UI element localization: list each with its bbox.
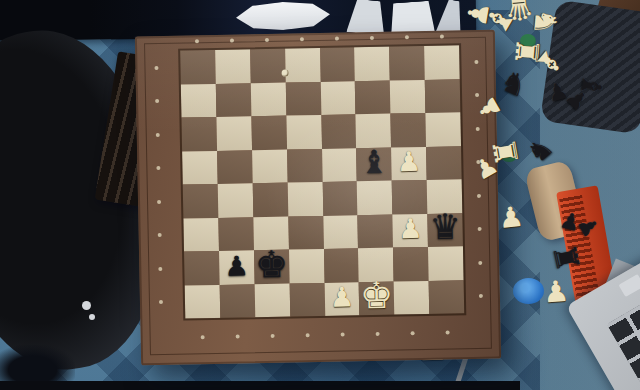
coordinate-marker-dot — [300, 37, 304, 41]
square-r6c7 — [428, 246, 464, 280]
square-r0c6 — [389, 46, 425, 80]
square-r3c4 — [322, 148, 358, 182]
coordinate-marker-dot — [157, 200, 161, 204]
white-pawn: ♟ — [397, 148, 422, 175]
coordinate-marker-dot — [156, 166, 160, 170]
square-r0c1 — [215, 49, 251, 83]
square-r0c4 — [320, 47, 356, 81]
chess-board: ♝♟♟♛♟♚♟♚ — [135, 30, 501, 366]
coordinate-marker-dot — [158, 267, 162, 271]
square-r5c0 — [183, 217, 219, 251]
coordinate-marker-dot — [335, 37, 339, 41]
tournament-table-scene: ♝♟♟♛♟♚♟♚ ♟♝♛♞♜♞♝♟♟♝♟♜♞♟♟♟♟♜♟ — [0, 0, 640, 390]
square-r0c0 — [180, 50, 216, 84]
square-r0c2 — [250, 49, 286, 83]
square-r1c2 — [251, 82, 287, 116]
white-king: ♚ — [360, 277, 394, 315]
square-r5c5 — [358, 214, 394, 248]
square-r0c3 — [285, 48, 321, 82]
square-r1c5 — [355, 80, 391, 114]
square-r7c7 — [429, 280, 465, 314]
square-r7c6 — [394, 280, 430, 314]
blue-cap — [513, 278, 544, 304]
square-r3c2 — [252, 149, 288, 183]
coordinate-marker-dot — [445, 331, 449, 335]
square-r1c3 — [285, 81, 321, 115]
coordinate-marker-dot — [375, 332, 379, 336]
coordinate-marker-dot — [478, 261, 482, 265]
square-r7c0 — [185, 284, 221, 318]
coordinate-marker-dot — [201, 335, 205, 339]
square-r1c4 — [320, 81, 356, 115]
captured-black-bishop: ♝ — [577, 72, 608, 101]
captured-white-knight: ♞ — [529, 7, 561, 36]
coordinate-marker-dot — [405, 35, 409, 39]
coordinate-marker-dot — [341, 333, 345, 337]
square-r3c1 — [217, 150, 253, 184]
square-r2c1 — [216, 116, 252, 150]
coordinate-marker-dot — [474, 60, 478, 64]
square-r4c4 — [322, 181, 358, 215]
square-r2c3 — [286, 115, 322, 149]
square-r3c0 — [182, 150, 218, 184]
square-r2c6 — [391, 113, 427, 147]
square-r3c7 — [426, 146, 462, 180]
coordinate-marker-dot — [230, 39, 234, 43]
board-grid — [180, 45, 464, 318]
square-r5c4 — [323, 215, 359, 249]
square-r2c7 — [426, 112, 462, 146]
square-r4c1 — [218, 183, 254, 217]
square-r0c7 — [424, 45, 460, 79]
square-r3c3 — [287, 148, 323, 182]
coordinate-marker-dot — [477, 194, 481, 198]
floor-speck-a — [82, 301, 91, 310]
coordinate-marker-dot — [475, 93, 479, 97]
black-king: ♚ — [255, 246, 289, 284]
coordinate-marker-dot — [236, 335, 240, 339]
coordinate-marker-dot — [478, 227, 482, 231]
coordinate-marker-dot — [159, 300, 163, 304]
black-bishop: ♝ — [359, 146, 388, 179]
square-r5c1 — [218, 217, 254, 251]
square-r1c7 — [425, 79, 461, 113]
black-pawn: ♟ — [224, 252, 249, 279]
square-r4c5 — [357, 181, 393, 215]
square-r6c0 — [184, 251, 220, 285]
square-r6c6 — [393, 247, 429, 281]
coordinate-marker-dot — [271, 334, 275, 338]
coordinate-marker-dot — [439, 35, 443, 39]
captured-white-pawn: ♟ — [542, 277, 570, 308]
captured-white-pawn: ♟ — [497, 203, 525, 233]
square-r4c2 — [252, 183, 288, 217]
square-r2c4 — [321, 114, 357, 148]
coordinate-marker-dot — [265, 38, 269, 42]
coordinate-marker-dot — [410, 331, 414, 335]
square-r1c6 — [390, 79, 426, 113]
coordinate-marker-dot — [156, 133, 160, 137]
square-r4c3 — [287, 182, 323, 216]
coordinate-marker-dot — [476, 127, 480, 131]
coordinate-marker-dot — [195, 39, 199, 43]
square-r4c0 — [183, 184, 219, 218]
square-r7c1 — [220, 284, 256, 318]
coordinate-marker-dot — [370, 36, 374, 40]
floor-speck-b — [89, 314, 95, 320]
square-r7c3 — [289, 282, 325, 316]
square-r0c5 — [354, 47, 390, 81]
black-queen: ♛ — [429, 210, 461, 246]
square-r2c0 — [181, 117, 217, 151]
board-speck — [282, 70, 289, 77]
square-r7c2 — [254, 283, 290, 317]
square-r6c4 — [323, 248, 359, 282]
square-r6c3 — [289, 249, 325, 283]
coordinate-marker-dot — [158, 233, 162, 237]
square-r1c0 — [181, 83, 217, 117]
square-r4c6 — [392, 180, 428, 214]
coordinate-marker-dot — [154, 66, 158, 70]
coordinate-marker-dot — [479, 294, 483, 298]
coordinate-marker-dot — [155, 99, 159, 103]
white-pawn: ♟ — [398, 215, 423, 242]
white-pawn: ♟ — [329, 283, 354, 310]
square-r5c3 — [288, 215, 324, 249]
square-r2c2 — [251, 116, 287, 150]
bottom-edge — [0, 381, 520, 390]
square-r1c1 — [216, 83, 252, 117]
coordinate-marker-dot — [306, 333, 310, 337]
